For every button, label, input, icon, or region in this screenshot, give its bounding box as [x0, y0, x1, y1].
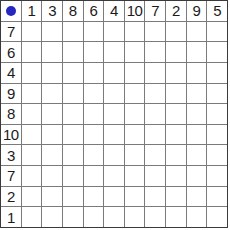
answer-cell-r6-c1[interactable]	[22, 125, 42, 145]
answer-cell-r4-c5[interactable]	[104, 84, 124, 104]
answer-cell-r6-c5[interactable]	[104, 125, 124, 145]
answer-cell-r4-c4[interactable]	[84, 84, 104, 104]
row-header-2: 6	[1, 42, 21, 62]
answer-cell-r5-c8[interactable]	[166, 104, 186, 124]
col-header-10: 5	[207, 1, 227, 21]
multiplication-grid: 1386410729576498103721	[0, 0, 228, 228]
col-header-4: 6	[84, 1, 104, 21]
answer-cell-r5-c2[interactable]	[42, 104, 62, 124]
answer-cell-r4-c7[interactable]	[145, 84, 165, 104]
col-header-5: 4	[104, 1, 124, 21]
answer-cell-r1-c2[interactable]	[42, 22, 62, 42]
corner-dot-cell	[1, 1, 21, 21]
answer-cell-r5-c3[interactable]	[63, 104, 83, 124]
row-header-3: 4	[1, 63, 21, 83]
answer-cell-r6-c4[interactable]	[84, 125, 104, 145]
col-header-2: 3	[42, 1, 62, 21]
answer-cell-r4-c1[interactable]	[22, 84, 42, 104]
answer-cell-r1-c8[interactable]	[166, 22, 186, 42]
answer-cell-r9-c2[interactable]	[42, 187, 62, 207]
answer-cell-r3-c3[interactable]	[63, 63, 83, 83]
answer-cell-r9-c10[interactable]	[207, 187, 227, 207]
answer-cell-r2-c4[interactable]	[84, 42, 104, 62]
answer-cell-r2-c3[interactable]	[63, 42, 83, 62]
answer-cell-r7-c9[interactable]	[187, 145, 207, 165]
answer-cell-r5-c4[interactable]	[84, 104, 104, 124]
answer-cell-r4-c3[interactable]	[63, 84, 83, 104]
answer-cell-r2-c1[interactable]	[22, 42, 42, 62]
col-header-9: 9	[187, 1, 207, 21]
answer-cell-r5-c1[interactable]	[22, 104, 42, 124]
answer-cell-r8-c7[interactable]	[145, 166, 165, 186]
answer-cell-r7-c4[interactable]	[84, 145, 104, 165]
answer-cell-r2-c6[interactable]	[125, 42, 145, 62]
answer-cell-r9-c4[interactable]	[84, 187, 104, 207]
answer-cell-r8-c8[interactable]	[166, 166, 186, 186]
answer-cell-r3-c9[interactable]	[187, 63, 207, 83]
answer-cell-r10-c9[interactable]	[187, 207, 207, 227]
answer-cell-r3-c1[interactable]	[22, 63, 42, 83]
answer-cell-r8-c10[interactable]	[207, 166, 227, 186]
row-header-8: 7	[1, 166, 21, 186]
answer-cell-r3-c6[interactable]	[125, 63, 145, 83]
answer-cell-r10-c10[interactable]	[207, 207, 227, 227]
answer-cell-r9-c8[interactable]	[166, 187, 186, 207]
answer-cell-r1-c5[interactable]	[104, 22, 124, 42]
answer-cell-r1-c9[interactable]	[187, 22, 207, 42]
row-header-4: 9	[1, 84, 21, 104]
answer-cell-r3-c5[interactable]	[104, 63, 124, 83]
answer-cell-r10-c5[interactable]	[104, 207, 124, 227]
answer-cell-r7-c7[interactable]	[145, 145, 165, 165]
col-header-6: 10	[125, 1, 145, 21]
answer-cell-r7-c5[interactable]	[104, 145, 124, 165]
answer-cell-r6-c6[interactable]	[125, 125, 145, 145]
answer-cell-r1-c7[interactable]	[145, 22, 165, 42]
answer-cell-r2-c10[interactable]	[207, 42, 227, 62]
answer-cell-r6-c9[interactable]	[187, 125, 207, 145]
answer-cell-r6-c3[interactable]	[63, 125, 83, 145]
answer-cell-r2-c5[interactable]	[104, 42, 124, 62]
answer-cell-r10-c1[interactable]	[22, 207, 42, 227]
answer-cell-r9-c7[interactable]	[145, 187, 165, 207]
answer-cell-r1-c6[interactable]	[125, 22, 145, 42]
answer-cell-r8-c2[interactable]	[42, 166, 62, 186]
answer-cell-r9-c1[interactable]	[22, 187, 42, 207]
answer-cell-r8-c6[interactable]	[125, 166, 145, 186]
answer-cell-r1-c1[interactable]	[22, 22, 42, 42]
answer-cell-r5-c6[interactable]	[125, 104, 145, 124]
answer-cell-r1-c3[interactable]	[63, 22, 83, 42]
row-header-7: 3	[1, 145, 21, 165]
answer-cell-r2-c9[interactable]	[187, 42, 207, 62]
answer-cell-r10-c8[interactable]	[166, 207, 186, 227]
col-header-3: 8	[63, 1, 83, 21]
row-header-6: 10	[1, 125, 21, 145]
answer-cell-r8-c9[interactable]	[187, 166, 207, 186]
answer-cell-r4-c10[interactable]	[207, 84, 227, 104]
answer-cell-r3-c4[interactable]	[84, 63, 104, 83]
answer-cell-r10-c6[interactable]	[125, 207, 145, 227]
answer-cell-r10-c2[interactable]	[42, 207, 62, 227]
row-header-5: 8	[1, 104, 21, 124]
answer-cell-r10-c7[interactable]	[145, 207, 165, 227]
worksheet-page: 1386410729576498103721	[0, 0, 230, 230]
answer-cell-r9-c5[interactable]	[104, 187, 124, 207]
answer-cell-r5-c7[interactable]	[145, 104, 165, 124]
answer-cell-r1-c10[interactable]	[207, 22, 227, 42]
col-header-8: 2	[166, 1, 186, 21]
answer-cell-r7-c8[interactable]	[166, 145, 186, 165]
row-header-10: 1	[1, 207, 21, 227]
answer-cell-r4-c9[interactable]	[187, 84, 207, 104]
answer-cell-r7-c10[interactable]	[207, 145, 227, 165]
answer-cell-r5-c5[interactable]	[104, 104, 124, 124]
answer-cell-r8-c4[interactable]	[84, 166, 104, 186]
row-header-9: 2	[1, 187, 21, 207]
answer-cell-r3-c2[interactable]	[42, 63, 62, 83]
answer-cell-r8-c5[interactable]	[104, 166, 124, 186]
answer-cell-r2-c2[interactable]	[42, 42, 62, 62]
answer-cell-r6-c10[interactable]	[207, 125, 227, 145]
answer-cell-r3-c7[interactable]	[145, 63, 165, 83]
answer-cell-r4-c6[interactable]	[125, 84, 145, 104]
answer-cell-r7-c1[interactable]	[22, 145, 42, 165]
answer-cell-r4-c8[interactable]	[166, 84, 186, 104]
answer-cell-r8-c1[interactable]	[22, 166, 42, 186]
answer-cell-r7-c3[interactable]	[63, 145, 83, 165]
answer-cell-r5-c10[interactable]	[207, 104, 227, 124]
col-header-1: 1	[22, 1, 42, 21]
answer-cell-r7-c6[interactable]	[125, 145, 145, 165]
blue-dot-icon	[6, 6, 16, 16]
answer-cell-r9-c6[interactable]	[125, 187, 145, 207]
answer-cell-r1-c4[interactable]	[84, 22, 104, 42]
answer-cell-r2-c7[interactable]	[145, 42, 165, 62]
answer-cell-r6-c7[interactable]	[145, 125, 165, 145]
answer-cell-r9-c9[interactable]	[187, 187, 207, 207]
answer-cell-r10-c3[interactable]	[63, 207, 83, 227]
row-header-1: 7	[1, 22, 21, 42]
answer-cell-r6-c2[interactable]	[42, 125, 62, 145]
answer-cell-r9-c3[interactable]	[63, 187, 83, 207]
answer-cell-r6-c8[interactable]	[166, 125, 186, 145]
answer-cell-r7-c2[interactable]	[42, 145, 62, 165]
col-header-7: 7	[145, 1, 165, 21]
answer-cell-r8-c3[interactable]	[63, 166, 83, 186]
answer-cell-r3-c10[interactable]	[207, 63, 227, 83]
answer-cell-r10-c4[interactable]	[84, 207, 104, 227]
answer-cell-r2-c8[interactable]	[166, 42, 186, 62]
answer-cell-r5-c9[interactable]	[187, 104, 207, 124]
answer-cell-r3-c8[interactable]	[166, 63, 186, 83]
answer-cell-r4-c2[interactable]	[42, 84, 62, 104]
